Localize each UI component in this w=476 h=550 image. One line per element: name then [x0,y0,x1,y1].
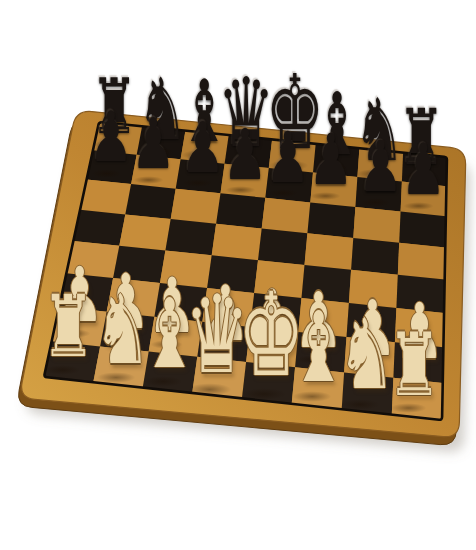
pieces-layer: ♜♞♝♛♚♝♞♜♟♟♟♟♟♟♟♟♟♟♟♟♟♟♟♟♜♞♝♛♚♝♞♜ [0,0,476,550]
piece-black-pawn-f7[interactable]: ♟ [308,126,353,196]
piece-black-pawn-b7[interactable]: ♟ [131,110,176,180]
piece-white-rook-h1[interactable]: ♜ [387,320,441,407]
chess-set-photo: ♜♞♝♛♚♝♞♜♟♟♟♟♟♟♟♟♟♟♟♟♟♟♟♟♜♞♝♛♚♝♞♜ [0,0,476,550]
piece-black-pawn-e7[interactable]: ♟ [265,123,310,193]
piece-black-pawn-g7[interactable]: ♟ [358,132,403,203]
piece-black-pawn-d7[interactable]: ♟ [223,120,268,190]
piece-black-pawn-a7[interactable]: ♟ [89,104,134,174]
piece-white-rook-a1[interactable]: ♜ [42,284,95,369]
piece-black-pawn-h7[interactable]: ♟ [401,135,446,206]
piece-black-pawn-c7[interactable]: ♟ [180,113,225,183]
